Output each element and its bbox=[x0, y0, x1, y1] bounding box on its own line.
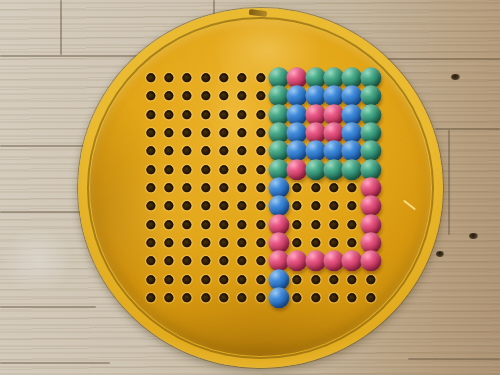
plank-seam bbox=[435, 128, 500, 130]
cell-r1c9 bbox=[288, 69, 306, 87]
cell-r7c7 bbox=[251, 179, 269, 197]
peg-hole[interactable] bbox=[293, 220, 302, 229]
peg-hole[interactable] bbox=[238, 202, 247, 211]
peg-hole[interactable] bbox=[164, 165, 173, 174]
cell-r4c7 bbox=[251, 124, 269, 142]
wood-knot bbox=[451, 74, 460, 80]
plank-seam bbox=[0, 211, 82, 213]
peg-hole[interactable] bbox=[183, 238, 192, 247]
cell-r10c3 bbox=[178, 234, 196, 252]
cell-r7c5 bbox=[215, 179, 233, 197]
cell-r9c12 bbox=[343, 215, 361, 233]
peg-hole[interactable] bbox=[146, 275, 155, 284]
peg-hole[interactable] bbox=[201, 202, 210, 211]
cell-r3c8 bbox=[270, 106, 288, 124]
peg-hole[interactable] bbox=[238, 92, 247, 101]
peg-hole[interactable] bbox=[238, 257, 247, 266]
cell-r2c5 bbox=[215, 87, 233, 105]
peg-hole[interactable] bbox=[256, 165, 265, 174]
cell-r10c9 bbox=[288, 234, 306, 252]
cell-r1c12 bbox=[343, 69, 361, 87]
peg-hole[interactable] bbox=[146, 129, 155, 138]
peg-hole[interactable] bbox=[293, 293, 302, 302]
cell-r1c11 bbox=[325, 69, 343, 87]
cell-r2c9 bbox=[288, 87, 306, 105]
peg-hole[interactable] bbox=[366, 293, 375, 302]
cell-r9c10 bbox=[306, 215, 324, 233]
peg-hole[interactable] bbox=[146, 220, 155, 229]
peg-hole[interactable] bbox=[256, 238, 265, 247]
cell-r2c3 bbox=[178, 87, 196, 105]
peg-hole[interactable] bbox=[164, 147, 173, 156]
peg-hole[interactable] bbox=[183, 202, 192, 211]
cell-r12c7 bbox=[251, 270, 269, 288]
cell-r5c13 bbox=[361, 142, 379, 160]
peg-hole[interactable] bbox=[201, 147, 210, 156]
cell-r5c1 bbox=[141, 142, 159, 160]
cell-r6c2 bbox=[160, 161, 178, 179]
peg-hole[interactable] bbox=[293, 183, 302, 192]
cell-r11c1 bbox=[141, 252, 159, 270]
cell-r7c11 bbox=[325, 179, 343, 197]
cell-r13c10 bbox=[306, 289, 324, 307]
peg-hole[interactable] bbox=[146, 257, 155, 266]
wood-knot bbox=[436, 251, 444, 257]
cell-r1c5 bbox=[215, 69, 233, 87]
peg-hole[interactable] bbox=[311, 220, 320, 229]
peg-hole[interactable] bbox=[256, 92, 265, 101]
cell-r5c8 bbox=[270, 142, 288, 160]
cell-r7c8 bbox=[270, 179, 288, 197]
peg-hole[interactable] bbox=[219, 183, 228, 192]
cell-r6c13 bbox=[361, 161, 379, 179]
cell-r10c5 bbox=[215, 234, 233, 252]
cell-r9c8 bbox=[270, 215, 288, 233]
cell-r3c3 bbox=[178, 106, 196, 124]
cell-r2c1 bbox=[141, 87, 159, 105]
cell-r12c3 bbox=[178, 270, 196, 288]
cell-r6c11 bbox=[325, 161, 343, 179]
cell-r1c7 bbox=[251, 69, 269, 87]
peg-hole[interactable] bbox=[219, 92, 228, 101]
peg-hole[interactable] bbox=[201, 110, 210, 119]
cell-r7c6 bbox=[233, 179, 251, 197]
cell-r11c13 bbox=[361, 252, 379, 270]
peg-hole[interactable] bbox=[164, 238, 173, 247]
cell-r6c6 bbox=[233, 161, 251, 179]
cell-r11c3 bbox=[178, 252, 196, 270]
peg-hole[interactable] bbox=[183, 74, 192, 83]
peg-hole[interactable] bbox=[164, 257, 173, 266]
cell-r13c11 bbox=[325, 289, 343, 307]
peg-hole[interactable] bbox=[219, 293, 228, 302]
peg-hole[interactable] bbox=[238, 110, 247, 119]
cell-r5c12 bbox=[343, 142, 361, 160]
cell-r13c2 bbox=[160, 289, 178, 307]
peg-hole[interactable] bbox=[219, 74, 228, 83]
cell-r9c6 bbox=[233, 215, 251, 233]
peg-hole[interactable] bbox=[201, 220, 210, 229]
peg-hole[interactable] bbox=[164, 183, 173, 192]
peg-hole[interactable] bbox=[219, 110, 228, 119]
peg-hole[interactable] bbox=[219, 257, 228, 266]
cell-r9c5 bbox=[215, 215, 233, 233]
peg-hole[interactable] bbox=[201, 92, 210, 101]
cell-r12c9 bbox=[288, 270, 306, 288]
peg-hole[interactable] bbox=[329, 220, 338, 229]
red-peg[interactable] bbox=[360, 251, 381, 272]
cell-r7c3 bbox=[178, 179, 196, 197]
cell-r13c12 bbox=[343, 289, 361, 307]
cell-r4c1 bbox=[141, 124, 159, 142]
cell-r6c3 bbox=[178, 161, 196, 179]
plank-seam bbox=[408, 358, 500, 360]
cell-r8c12 bbox=[343, 197, 361, 215]
peg-hole[interactable] bbox=[183, 257, 192, 266]
cell-r12c1 bbox=[141, 270, 159, 288]
cell-r9c13 bbox=[361, 215, 379, 233]
cell-r8c1 bbox=[141, 197, 159, 215]
cell-r10c12 bbox=[343, 234, 361, 252]
cell-r8c11 bbox=[325, 197, 343, 215]
cell-r3c6 bbox=[233, 106, 251, 124]
peg-hole[interactable] bbox=[183, 147, 192, 156]
cell-r7c10 bbox=[306, 179, 324, 197]
wood-knot bbox=[469, 233, 478, 239]
cell-r12c12 bbox=[343, 270, 361, 288]
plank-seam bbox=[0, 362, 110, 364]
peg-hole[interactable] bbox=[164, 92, 173, 101]
cell-r11c2 bbox=[160, 252, 178, 270]
peg-hole[interactable] bbox=[311, 183, 320, 192]
cell-r11c4 bbox=[196, 252, 214, 270]
peg-hole[interactable] bbox=[146, 110, 155, 119]
cell-r5c10 bbox=[306, 142, 324, 160]
cell-r2c4 bbox=[196, 87, 214, 105]
peg-hole[interactable] bbox=[183, 275, 192, 284]
plank-seam bbox=[0, 145, 90, 147]
cell-r11c7 bbox=[251, 252, 269, 270]
cell-r10c6 bbox=[233, 234, 251, 252]
cell-r3c12 bbox=[343, 106, 361, 124]
peg-hole[interactable] bbox=[219, 220, 228, 229]
peg-hole[interactable] bbox=[256, 183, 265, 192]
cell-r4c9 bbox=[288, 124, 306, 142]
peg-hole[interactable] bbox=[183, 110, 192, 119]
peg-hole[interactable] bbox=[146, 202, 155, 211]
cell-r11c12 bbox=[343, 252, 361, 270]
cell-r10c8 bbox=[270, 234, 288, 252]
peg-hole[interactable] bbox=[293, 202, 302, 211]
cell-r12c13 bbox=[361, 270, 379, 288]
cell-r13c13 bbox=[361, 289, 379, 307]
cell-r1c3 bbox=[178, 69, 196, 87]
cell-r10c2 bbox=[160, 234, 178, 252]
peg-hole[interactable] bbox=[146, 293, 155, 302]
peg-hole[interactable] bbox=[146, 183, 155, 192]
peg-hole[interactable] bbox=[256, 74, 265, 83]
cell-r1c1 bbox=[141, 69, 159, 87]
cell-r8c4 bbox=[196, 197, 214, 215]
cell-r8c3 bbox=[178, 197, 196, 215]
cell-r7c1 bbox=[141, 179, 159, 197]
cell-r1c2 bbox=[160, 69, 178, 87]
cell-r12c8 bbox=[270, 270, 288, 288]
peg-hole[interactable] bbox=[183, 183, 192, 192]
cell-r9c9 bbox=[288, 215, 306, 233]
peg-hole[interactable] bbox=[238, 275, 247, 284]
cell-r10c4 bbox=[196, 234, 214, 252]
cell-r3c7 bbox=[251, 106, 269, 124]
peg-hole[interactable] bbox=[201, 74, 210, 83]
cell-r2c13 bbox=[361, 87, 379, 105]
peg-hole[interactable] bbox=[329, 293, 338, 302]
cell-r8c10 bbox=[306, 197, 324, 215]
cell-r5c2 bbox=[160, 142, 178, 160]
cell-r2c12 bbox=[343, 87, 361, 105]
cell-r1c6 bbox=[233, 69, 251, 87]
cell-r5c5 bbox=[215, 142, 233, 160]
peg-hole[interactable] bbox=[183, 220, 192, 229]
cell-r6c10 bbox=[306, 161, 324, 179]
peg-hole[interactable] bbox=[238, 183, 247, 192]
peg-hole[interactable] bbox=[183, 165, 192, 174]
cell-r2c10 bbox=[306, 87, 324, 105]
peg-hole[interactable] bbox=[238, 293, 247, 302]
cell-r3c4 bbox=[196, 106, 214, 124]
peg-hole[interactable] bbox=[146, 238, 155, 247]
cell-r10c11 bbox=[325, 234, 343, 252]
cell-r13c1 bbox=[141, 289, 159, 307]
cell-r8c5 bbox=[215, 197, 233, 215]
cell-r6c9 bbox=[288, 161, 306, 179]
cell-r10c7 bbox=[251, 234, 269, 252]
cell-r13c7 bbox=[251, 289, 269, 307]
cell-r11c8 bbox=[270, 252, 288, 270]
cell-r1c8 bbox=[270, 69, 288, 87]
cell-r6c8 bbox=[270, 161, 288, 179]
cell-r6c7 bbox=[251, 161, 269, 179]
peg-hole[interactable] bbox=[256, 220, 265, 229]
cell-r10c10 bbox=[306, 234, 324, 252]
cell-r12c11 bbox=[325, 270, 343, 288]
peg-hole[interactable] bbox=[219, 129, 228, 138]
cell-r5c11 bbox=[325, 142, 343, 160]
cell-r5c3 bbox=[178, 142, 196, 160]
peg-hole[interactable] bbox=[219, 165, 228, 174]
peg-hole[interactable] bbox=[164, 110, 173, 119]
peg-hole[interactable] bbox=[256, 257, 265, 266]
peg-hole[interactable] bbox=[183, 129, 192, 138]
cell-r12c6 bbox=[233, 270, 251, 288]
cell-r10c13 bbox=[361, 234, 379, 252]
peg-hole[interactable] bbox=[164, 74, 173, 83]
cell-r12c2 bbox=[160, 270, 178, 288]
cell-r4c4 bbox=[196, 124, 214, 142]
peg-hole[interactable] bbox=[238, 147, 247, 156]
cell-r4c2 bbox=[160, 124, 178, 142]
peg-hole[interactable] bbox=[201, 293, 210, 302]
cell-r4c8 bbox=[270, 124, 288, 142]
peg-hole[interactable] bbox=[293, 275, 302, 284]
peg-hole[interactable] bbox=[146, 165, 155, 174]
cell-r4c3 bbox=[178, 124, 196, 142]
peg-hole[interactable] bbox=[348, 202, 357, 211]
cell-r6c12 bbox=[343, 161, 361, 179]
cell-r3c2 bbox=[160, 106, 178, 124]
peg-hole[interactable] bbox=[183, 293, 192, 302]
peg-hole[interactable] bbox=[348, 238, 357, 247]
cell-r4c5 bbox=[215, 124, 233, 142]
peg-hole[interactable] bbox=[219, 238, 228, 247]
cell-r7c13 bbox=[361, 179, 379, 197]
wood-light-patch bbox=[0, 225, 75, 295]
cell-r4c13 bbox=[361, 124, 379, 142]
cell-r2c8 bbox=[270, 87, 288, 105]
peg-grid bbox=[141, 69, 379, 307]
peg-hole[interactable] bbox=[164, 293, 173, 302]
cell-r4c10 bbox=[306, 124, 324, 142]
peg-hole[interactable] bbox=[146, 92, 155, 101]
peg-hole[interactable] bbox=[238, 129, 247, 138]
cell-r9c3 bbox=[178, 215, 196, 233]
peg-hole[interactable] bbox=[164, 202, 173, 211]
cell-r13c3 bbox=[178, 289, 196, 307]
cell-r13c9 bbox=[288, 289, 306, 307]
cell-r5c6 bbox=[233, 142, 251, 160]
peg-hole[interactable] bbox=[256, 147, 265, 156]
peg-hole[interactable] bbox=[348, 220, 357, 229]
rim-joint-seam bbox=[249, 9, 268, 17]
peg-hole[interactable] bbox=[293, 238, 302, 247]
cell-r6c4 bbox=[196, 161, 214, 179]
peg-hole[interactable] bbox=[219, 147, 228, 156]
peg-hole[interactable] bbox=[311, 293, 320, 302]
cell-r11c5 bbox=[215, 252, 233, 270]
cell-r9c7 bbox=[251, 215, 269, 233]
cell-r10c1 bbox=[141, 234, 159, 252]
peg-hole[interactable] bbox=[256, 202, 265, 211]
peg-hole[interactable] bbox=[329, 202, 338, 211]
cell-r5c9 bbox=[288, 142, 306, 160]
cell-r8c7 bbox=[251, 197, 269, 215]
cell-r13c6 bbox=[233, 289, 251, 307]
peg-hole[interactable] bbox=[366, 275, 375, 284]
cell-r9c2 bbox=[160, 215, 178, 233]
peg-hole[interactable] bbox=[238, 165, 247, 174]
peg-hole[interactable] bbox=[348, 275, 357, 284]
cell-r7c4 bbox=[196, 179, 214, 197]
cell-r12c5 bbox=[215, 270, 233, 288]
peg-hole[interactable] bbox=[183, 92, 192, 101]
cell-r6c5 bbox=[215, 161, 233, 179]
cell-r9c1 bbox=[141, 215, 159, 233]
peg-hole[interactable] bbox=[329, 238, 338, 247]
cell-r6c1 bbox=[141, 161, 159, 179]
peg-hole[interactable] bbox=[201, 165, 210, 174]
blue-peg[interactable] bbox=[268, 287, 289, 308]
cell-r12c4 bbox=[196, 270, 214, 288]
cell-r1c10 bbox=[306, 69, 324, 87]
peg-hole[interactable] bbox=[256, 275, 265, 284]
cell-r3c5 bbox=[215, 106, 233, 124]
peg-hole[interactable] bbox=[164, 275, 173, 284]
cell-r13c4 bbox=[196, 289, 214, 307]
peg-hole[interactable] bbox=[238, 74, 247, 83]
cell-r8c8 bbox=[270, 197, 288, 215]
cell-r3c13 bbox=[361, 106, 379, 124]
cell-r8c6 bbox=[233, 197, 251, 215]
cell-r3c1 bbox=[141, 106, 159, 124]
cell-r7c9 bbox=[288, 179, 306, 197]
plank-joint bbox=[60, 0, 62, 55]
cell-r2c11 bbox=[325, 87, 343, 105]
cell-r3c11 bbox=[325, 106, 343, 124]
peg-hole[interactable] bbox=[201, 238, 210, 247]
cell-r11c9 bbox=[288, 252, 306, 270]
cell-r5c4 bbox=[196, 142, 214, 160]
peg-hole[interactable] bbox=[256, 293, 265, 302]
peg-hole[interactable] bbox=[201, 129, 210, 138]
peg-hole[interactable] bbox=[348, 183, 357, 192]
peg-hole[interactable] bbox=[146, 74, 155, 83]
cell-r7c12 bbox=[343, 179, 361, 197]
peg-hole[interactable] bbox=[256, 110, 265, 119]
peg-hole[interactable] bbox=[164, 129, 173, 138]
cell-r13c8 bbox=[270, 289, 288, 307]
cell-r3c9 bbox=[288, 106, 306, 124]
cell-r1c4 bbox=[196, 69, 214, 87]
cell-r4c6 bbox=[233, 124, 251, 142]
peg-hole[interactable] bbox=[329, 275, 338, 284]
cell-r9c4 bbox=[196, 215, 214, 233]
peg-hole[interactable] bbox=[329, 183, 338, 192]
cell-r12c10 bbox=[306, 270, 324, 288]
peg-hole[interactable] bbox=[311, 275, 320, 284]
peg-hole[interactable] bbox=[164, 220, 173, 229]
peg-hole[interactable] bbox=[311, 238, 320, 247]
cell-r4c12 bbox=[343, 124, 361, 142]
cell-r8c9 bbox=[288, 197, 306, 215]
peg-hole[interactable] bbox=[201, 275, 210, 284]
peg-hole[interactable] bbox=[219, 275, 228, 284]
cell-r13c5 bbox=[215, 289, 233, 307]
cell-r2c2 bbox=[160, 87, 178, 105]
peg-hole[interactable] bbox=[256, 129, 265, 138]
cell-r2c7 bbox=[251, 87, 269, 105]
pegboard bbox=[78, 8, 443, 368]
plank-seam bbox=[0, 306, 96, 308]
peg-hole[interactable] bbox=[348, 293, 357, 302]
cell-r8c13 bbox=[361, 197, 379, 215]
cell-r11c11 bbox=[325, 252, 343, 270]
cell-r11c6 bbox=[233, 252, 251, 270]
peg-hole[interactable] bbox=[201, 257, 210, 266]
cell-r4c11 bbox=[325, 124, 343, 142]
peg-hole[interactable] bbox=[219, 202, 228, 211]
plank-joint bbox=[448, 130, 450, 235]
peg-hole[interactable] bbox=[146, 147, 155, 156]
cell-r11c10 bbox=[306, 252, 324, 270]
peg-hole[interactable] bbox=[311, 202, 320, 211]
peg-hole[interactable] bbox=[238, 238, 247, 247]
cell-r7c2 bbox=[160, 179, 178, 197]
cell-r5c7 bbox=[251, 142, 269, 160]
cell-r2c6 bbox=[233, 87, 251, 105]
peg-hole[interactable] bbox=[201, 183, 210, 192]
peg-hole[interactable] bbox=[238, 220, 247, 229]
cell-r3c10 bbox=[306, 106, 324, 124]
